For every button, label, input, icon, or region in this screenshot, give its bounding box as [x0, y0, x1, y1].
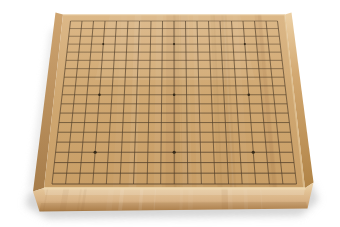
go-board	[0, 0, 340, 227]
star-point	[102, 43, 104, 45]
star-point	[98, 93, 101, 96]
front-edge-highlight	[43, 187, 306, 190]
star-point	[94, 151, 97, 154]
star-point	[244, 43, 246, 45]
star-point	[173, 43, 175, 45]
star-point	[252, 151, 255, 154]
star-point	[173, 93, 176, 96]
goban-photo-scene	[0, 0, 340, 227]
star-point	[247, 93, 250, 96]
star-point	[173, 151, 176, 154]
